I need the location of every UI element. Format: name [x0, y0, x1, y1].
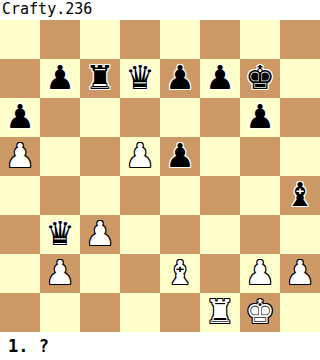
square-h7[interactable]	[280, 59, 320, 98]
square-g8[interactable]	[240, 20, 280, 59]
square-d7[interactable]: ♛	[120, 59, 160, 98]
crafty-chess-screen: Crafty.236 ♟♜♛♟♟♚♟♟♟♟♟♝♛♟♟♝♟♟♜♚ 1. ?	[0, 0, 320, 360]
square-b2[interactable]: ♟	[40, 254, 80, 293]
piece-bq-b3: ♛	[45, 217, 75, 252]
square-a1[interactable]	[0, 293, 40, 332]
square-g4[interactable]	[240, 176, 280, 215]
square-c6[interactable]	[80, 98, 120, 137]
square-h8[interactable]	[280, 20, 320, 59]
square-e2[interactable]: ♝	[160, 254, 200, 293]
square-f5[interactable]	[200, 137, 240, 176]
piece-bp-a6: ♟	[5, 100, 35, 135]
square-e1[interactable]	[160, 293, 200, 332]
square-f2[interactable]	[200, 254, 240, 293]
square-b1[interactable]	[40, 293, 80, 332]
piece-bp-e7: ♟	[165, 61, 195, 96]
chess-board: ♟♜♛♟♟♚♟♟♟♟♟♝♛♟♟♝♟♟♜♚	[0, 20, 320, 332]
piece-bp-f7: ♟	[205, 61, 235, 96]
square-h5[interactable]	[280, 137, 320, 176]
square-f6[interactable]	[200, 98, 240, 137]
square-h1[interactable]	[280, 293, 320, 332]
square-c1[interactable]	[80, 293, 120, 332]
square-g3[interactable]	[240, 215, 280, 254]
square-b5[interactable]	[40, 137, 80, 176]
piece-bb-h4: ♝	[285, 178, 315, 213]
piece-bp-g6: ♟	[245, 100, 275, 135]
square-c4[interactable]	[80, 176, 120, 215]
piece-bp-e5: ♟	[165, 139, 195, 174]
piece-wp-h2: ♟	[285, 256, 315, 291]
square-a5[interactable]: ♟	[0, 137, 40, 176]
piece-bq-d7: ♛	[125, 61, 155, 96]
square-c8[interactable]	[80, 20, 120, 59]
square-e7[interactable]: ♟	[160, 59, 200, 98]
piece-wp-a5: ♟	[5, 139, 35, 174]
move-prompt: 1. ?	[0, 332, 320, 360]
piece-wb-e2: ♝	[165, 256, 195, 291]
square-h2[interactable]: ♟	[280, 254, 320, 293]
square-b4[interactable]	[40, 176, 80, 215]
square-a4[interactable]	[0, 176, 40, 215]
square-a7[interactable]	[0, 59, 40, 98]
square-c7[interactable]: ♜	[80, 59, 120, 98]
square-g7[interactable]: ♚	[240, 59, 280, 98]
piece-bk-g7: ♚	[245, 61, 275, 96]
square-c2[interactable]	[80, 254, 120, 293]
square-g5[interactable]	[240, 137, 280, 176]
piece-bp-b7: ♟	[45, 61, 75, 96]
piece-wp-c3: ♟	[85, 217, 115, 252]
square-h3[interactable]	[280, 215, 320, 254]
square-d8[interactable]	[120, 20, 160, 59]
square-b7[interactable]: ♟	[40, 59, 80, 98]
square-f7[interactable]: ♟	[200, 59, 240, 98]
square-a8[interactable]	[0, 20, 40, 59]
square-b3[interactable]: ♛	[40, 215, 80, 254]
piece-br-c7: ♜	[85, 61, 115, 96]
square-e4[interactable]	[160, 176, 200, 215]
square-e8[interactable]	[160, 20, 200, 59]
square-g6[interactable]: ♟	[240, 98, 280, 137]
square-c3[interactable]: ♟	[80, 215, 120, 254]
page-title: Crafty.236	[0, 0, 320, 20]
piece-wr-f1: ♜	[205, 295, 235, 330]
square-e6[interactable]	[160, 98, 200, 137]
square-a3[interactable]	[0, 215, 40, 254]
square-b8[interactable]	[40, 20, 80, 59]
piece-wp-b2: ♟	[45, 256, 75, 291]
square-g1[interactable]: ♚	[240, 293, 280, 332]
square-d5[interactable]: ♟	[120, 137, 160, 176]
square-d3[interactable]	[120, 215, 160, 254]
square-h6[interactable]	[280, 98, 320, 137]
piece-wp-d5: ♟	[125, 139, 155, 174]
square-b6[interactable]	[40, 98, 80, 137]
square-e5[interactable]: ♟	[160, 137, 200, 176]
square-a2[interactable]	[0, 254, 40, 293]
square-f4[interactable]	[200, 176, 240, 215]
square-d4[interactable]	[120, 176, 160, 215]
square-d6[interactable]	[120, 98, 160, 137]
square-e3[interactable]	[160, 215, 200, 254]
square-f8[interactable]	[200, 20, 240, 59]
square-f1[interactable]: ♜	[200, 293, 240, 332]
square-h4[interactable]: ♝	[280, 176, 320, 215]
square-f3[interactable]	[200, 215, 240, 254]
square-d1[interactable]	[120, 293, 160, 332]
square-a6[interactable]: ♟	[0, 98, 40, 137]
square-d2[interactable]	[120, 254, 160, 293]
piece-wp-g2: ♟	[245, 256, 275, 291]
square-g2[interactable]: ♟	[240, 254, 280, 293]
square-c5[interactable]	[80, 137, 120, 176]
piece-wk-g1: ♚	[245, 295, 275, 330]
